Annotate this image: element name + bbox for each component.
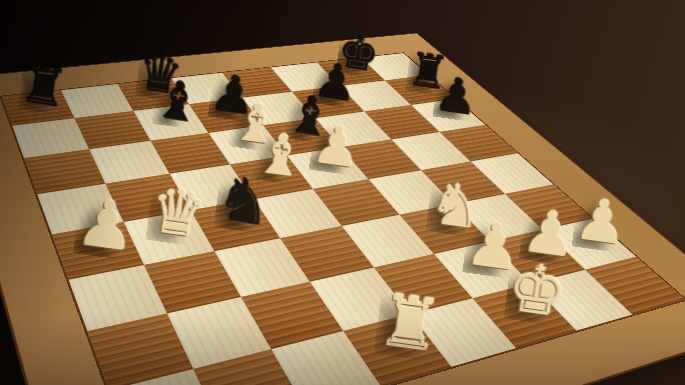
piece-black-knight-c4[interactable]: ♞ (212, 157, 274, 240)
piece-white-queen-b4[interactable]: ♛ (144, 167, 208, 252)
piece-white-pawn-a4[interactable]: ♟ (72, 178, 139, 266)
chess-board: ♜♛♚♝♟♟♜♝♟♞♟♛♝♟♝♞♟♟♟♜♚ (0, 32, 685, 385)
piece-white-rook-d1[interactable]: ♜ (372, 272, 444, 368)
piece-white-king-f1[interactable]: ♚ (502, 243, 569, 332)
chess-photo-scene: ♜♛♚♝♟♟♜♝♟♞♟♛♝♟♝♞♟♟♟♜♚ (0, 0, 685, 385)
piece-white-pawn-h2[interactable]: ♟ (570, 180, 629, 259)
